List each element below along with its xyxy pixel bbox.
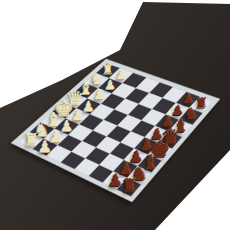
piece-black-pawn[interactable]: ♟ xyxy=(108,172,123,188)
pieces-layer: ♜♞♝♛♚♝♞♜♟♟♟♟♟♟♟♟♟♟♟♟♟♟♟♟♜♞♝♛♚♝♞♜ xyxy=(0,0,230,230)
piece-white-pawn[interactable]: ♟ xyxy=(38,139,53,155)
piece-white-pawn[interactable]: ♟ xyxy=(116,68,127,81)
piece-white-rook[interactable]: ♜ xyxy=(23,131,39,149)
piece-black-rook[interactable]: ♜ xyxy=(121,178,137,196)
piece-black-pawn[interactable]: ♟ xyxy=(182,93,193,106)
scene: ♜♞♝♛♚♝♞♜♟♟♟♟♟♟♟♟♟♟♟♟♟♟♟♟♜♞♝♛♚♝♞♜ xyxy=(0,0,230,230)
piece-white-pawn[interactable]: ♟ xyxy=(104,78,116,91)
